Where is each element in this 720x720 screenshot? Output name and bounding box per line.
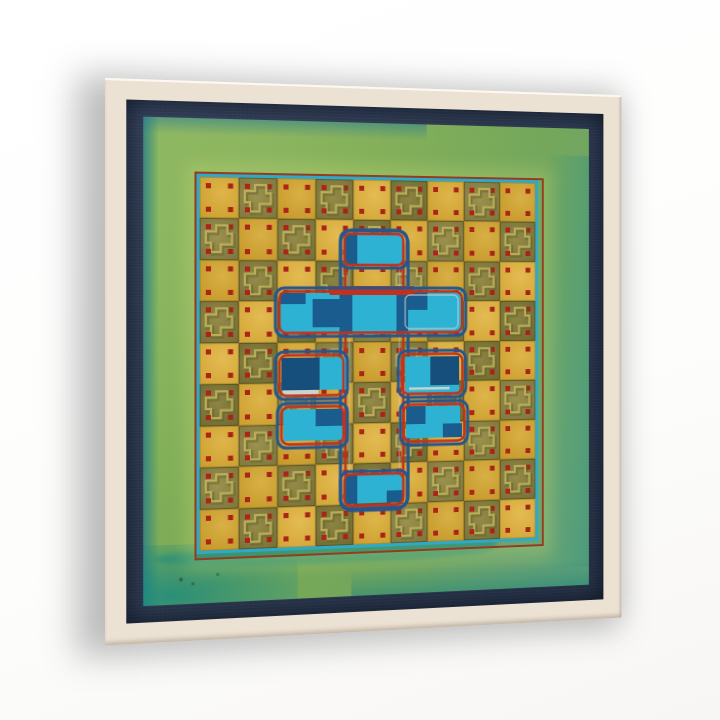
meander-motif	[200, 384, 239, 426]
board-cell-r6c7	[427, 381, 463, 422]
meander-motif	[464, 420, 500, 461]
painting-canvas	[143, 117, 589, 607]
meander-motif	[200, 467, 239, 510]
board-cell-r6c6	[391, 381, 428, 422]
board-cell-r7c7	[427, 421, 463, 462]
board-cell-r1c4	[316, 179, 354, 220]
meander-motif	[277, 301, 315, 342]
meander-motif	[464, 341, 500, 381]
board-cell-r7c9	[500, 419, 536, 459]
meander-motif	[427, 381, 463, 422]
meander-motif	[353, 220, 390, 261]
board-cell-r5c7	[427, 341, 463, 381]
meander-motif	[239, 507, 278, 550]
board-cell-r8c8	[464, 460, 500, 501]
meander-motif	[200, 218, 239, 260]
meander-motif	[316, 423, 354, 465]
meander-motif	[277, 219, 315, 260]
board-cell-r7c6	[391, 422, 428, 463]
board-cell-r2c5	[353, 220, 390, 261]
board-cell-r1c6	[391, 180, 428, 221]
board-cell-r3c4	[316, 261, 354, 302]
board-cell-r2c4	[316, 220, 354, 261]
board-cell-r2c8	[464, 222, 500, 262]
meander-motif	[316, 261, 354, 302]
board-cell-r8c9	[500, 459, 536, 500]
meander-motif	[239, 177, 278, 219]
board-cell-r6c3	[277, 383, 315, 425]
board-cell-r4c3	[277, 301, 315, 342]
board-cell-r5c5	[353, 342, 390, 383]
meander-motif	[427, 461, 463, 502]
framed-canvas	[105, 78, 622, 646]
board-cell-r6c4	[316, 383, 354, 424]
meander-motif	[353, 301, 390, 342]
board-cell-r8c2	[239, 466, 278, 508]
board-cell-r9c1	[200, 508, 239, 551]
meander-motif	[464, 261, 500, 301]
board-cell-r3c3	[277, 260, 315, 301]
board-cell-r3c7	[427, 261, 463, 301]
meander-motif	[353, 463, 390, 505]
board-cell-r1c5	[353, 180, 390, 221]
board-cell-r1c1	[200, 177, 239, 219]
board-cell-r5c8	[464, 341, 500, 381]
board-cell-r3c6	[391, 261, 428, 301]
meander-motif	[277, 465, 315, 507]
board-cell-r1c7	[427, 181, 463, 222]
board-cell-r6c1	[200, 384, 239, 426]
board-cell-r8c1	[200, 467, 239, 510]
board-cell-r1c8	[464, 182, 500, 222]
board-cell-r2c2	[239, 219, 278, 261]
board-cell-r3c5	[353, 261, 390, 302]
board-cell-r4c8	[464, 301, 500, 341]
board-cell-r6c2	[239, 384, 278, 426]
board-cell-r1c3	[277, 178, 315, 220]
wall	[0, 0, 720, 720]
board-cell-r7c5	[353, 422, 390, 463]
board-cell-r3c9	[500, 262, 536, 302]
board-cell-r2c7	[427, 221, 463, 261]
board-cell-r2c3	[277, 219, 315, 260]
board-cell-r7c2	[239, 425, 278, 467]
paint-speck	[179, 577, 183, 581]
board-cell-r7c1	[200, 425, 239, 467]
board-border-cyan	[197, 174, 539, 555]
meander-motif	[316, 342, 354, 383]
board-cell-r5c2	[239, 342, 278, 384]
board-cell-r5c1	[200, 343, 239, 385]
board-cell-r4c9	[500, 301, 536, 341]
board-cell-r4c5	[353, 301, 390, 342]
board-cell-r2c6	[391, 221, 428, 262]
teal-streak-bottom-left-corner	[143, 540, 297, 606]
meander-motif	[427, 301, 463, 341]
frame-front	[105, 78, 622, 646]
teal-streak-right	[545, 155, 589, 568]
board-cell-r7c8	[464, 420, 500, 461]
teal-streak-top-left	[143, 117, 427, 141]
board-cell-r8c3	[277, 465, 315, 507]
board-cell-r8c6	[391, 462, 428, 503]
board-cell-r5c6	[391, 341, 428, 382]
meander-motif	[391, 341, 428, 382]
meander-motif	[277, 383, 315, 425]
game-board	[200, 177, 536, 551]
meander-motif	[239, 260, 278, 301]
board-cell-r2c1	[200, 218, 239, 260]
meander-motif	[427, 221, 463, 261]
meander-motif	[316, 504, 354, 546]
board-cell-r1c9	[500, 182, 536, 222]
board-cell-r7c4	[316, 423, 354, 465]
board-cell-r4c6	[391, 301, 428, 341]
board-cell-r9c9	[500, 498, 536, 539]
teal-streak-bottom-right	[352, 560, 589, 597]
board-cell-r5c3	[277, 342, 315, 383]
board-cell-r6c8	[464, 380, 500, 420]
board-cell-r5c9	[500, 341, 536, 381]
board-cell-r9c5	[353, 503, 390, 545]
board-cell-r9c2	[239, 507, 278, 550]
board-cell-r6c5	[353, 382, 390, 423]
paint-speck	[191, 582, 194, 585]
meander-motif	[239, 342, 278, 384]
scene	[0, 0, 720, 720]
board-cell-r9c6	[391, 502, 428, 544]
meander-motif	[500, 459, 536, 500]
canvas-liner	[126, 99, 603, 623]
board-cell-r9c8	[464, 499, 500, 540]
meander-motif	[391, 502, 428, 544]
board-border-red	[194, 172, 543, 561]
meander-motif	[316, 179, 354, 220]
meander-motif	[500, 301, 536, 341]
meander-motif	[391, 422, 428, 463]
board-cell-r4c7	[427, 301, 463, 341]
meander-motif	[464, 182, 500, 222]
meander-motif	[500, 380, 536, 420]
board-cell-r1c2	[239, 177, 278, 219]
board-cell-r9c4	[316, 504, 354, 546]
board-cell-r7c3	[277, 424, 315, 466]
meander-motif	[391, 180, 428, 221]
meander-motif	[500, 222, 536, 262]
meander-motif	[200, 301, 239, 343]
meander-motif	[239, 425, 278, 467]
board-cell-r4c4	[316, 301, 354, 342]
board-cell-r3c1	[200, 260, 239, 302]
meander-motif	[464, 499, 500, 540]
board-cell-r8c4	[316, 464, 354, 506]
meander-motif	[353, 382, 390, 423]
board-cell-r9c3	[277, 506, 315, 548]
board-cell-r6c9	[500, 380, 536, 420]
board-cell-r8c5	[353, 463, 390, 505]
board-cell-r3c2	[239, 260, 278, 301]
board-cell-r4c2	[239, 301, 278, 342]
board-cell-r9c7	[427, 501, 463, 542]
board-cell-r8c7	[427, 461, 463, 502]
paint-speck	[216, 573, 219, 576]
teal-streak-left	[143, 117, 159, 607]
board-cell-r5c4	[316, 342, 354, 383]
board-cell-r2c9	[500, 222, 536, 262]
board-cell-r4c1	[200, 301, 239, 343]
board-cell-r3c8	[464, 261, 500, 301]
meander-motif	[391, 261, 428, 301]
